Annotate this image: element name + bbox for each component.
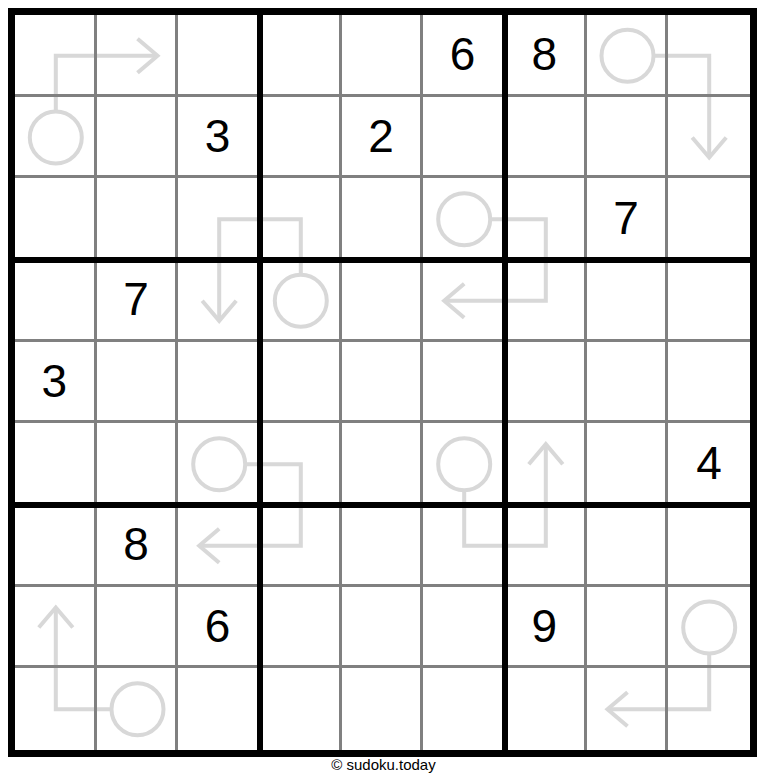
block-border-vertical-1 — [257, 15, 263, 750]
cell-r4c5[interactable] — [342, 260, 424, 342]
cell-r5c2[interactable] — [97, 342, 179, 424]
cell-r2c5: 2 — [342, 97, 424, 179]
cell-r5c8[interactable] — [587, 342, 669, 424]
given-digit: 4 — [696, 440, 722, 486]
cell-r5c3[interactable] — [178, 342, 260, 424]
cell-r7c6[interactable] — [423, 505, 505, 587]
cell-r5c4[interactable] — [260, 342, 342, 424]
given-digit: 9 — [532, 603, 558, 649]
cell-r4c4[interactable] — [260, 260, 342, 342]
given-digit: 7 — [613, 195, 639, 241]
cell-r7c8[interactable] — [587, 505, 669, 587]
cell-r1c1[interactable] — [15, 15, 97, 97]
cell-r8c7: 9 — [505, 587, 587, 669]
cell-r8c4[interactable] — [260, 587, 342, 669]
cell-r9c4[interactable] — [260, 668, 342, 750]
cell-r6c1[interactable] — [15, 423, 97, 505]
cell-r4c2: 7 — [97, 260, 179, 342]
cell-r6c2[interactable] — [97, 423, 179, 505]
cell-r4c8[interactable] — [587, 260, 669, 342]
given-digit: 3 — [205, 113, 231, 159]
cell-r3c4[interactable] — [260, 178, 342, 260]
cell-r7c2: 8 — [97, 505, 179, 587]
cell-r9c6[interactable] — [423, 668, 505, 750]
cell-r2c6[interactable] — [423, 97, 505, 179]
given-digit: 6 — [450, 31, 476, 77]
credit-text: © sudoku.today — [0, 756, 767, 773]
cell-r8c1[interactable] — [15, 587, 97, 669]
cell-r3c5[interactable] — [342, 178, 424, 260]
cell-r1c3[interactable] — [178, 15, 260, 97]
cell-r7c5[interactable] — [342, 505, 424, 587]
cell-r1c7: 8 — [505, 15, 587, 97]
cell-r5c1: 3 — [15, 342, 97, 424]
cell-r6c9: 4 — [668, 423, 750, 505]
given-digit: 3 — [42, 358, 68, 404]
cell-r2c9[interactable] — [668, 97, 750, 179]
cell-r1c6: 6 — [423, 15, 505, 97]
given-digit: 8 — [123, 521, 149, 567]
cell-r4c6[interactable] — [423, 260, 505, 342]
cell-r6c3[interactable] — [178, 423, 260, 505]
cell-r3c9[interactable] — [668, 178, 750, 260]
cell-r1c9[interactable] — [668, 15, 750, 97]
sudoku-board: 68327734869 — [8, 8, 757, 757]
cell-r6c8[interactable] — [587, 423, 669, 505]
cell-r8c8[interactable] — [587, 587, 669, 669]
cell-r8c9[interactable] — [668, 587, 750, 669]
cell-r2c1[interactable] — [15, 97, 97, 179]
given-digit: 2 — [368, 113, 394, 159]
cell-r5c5[interactable] — [342, 342, 424, 424]
cell-r6c6[interactable] — [423, 423, 505, 505]
cell-r7c3[interactable] — [178, 505, 260, 587]
cell-r9c7[interactable] — [505, 668, 587, 750]
given-digit: 7 — [123, 276, 149, 322]
block-border-horizontal-1 — [15, 257, 750, 263]
cell-r8c2[interactable] — [97, 587, 179, 669]
cell-r9c9[interactable] — [668, 668, 750, 750]
cell-r7c1[interactable] — [15, 505, 97, 587]
cell-r4c1[interactable] — [15, 260, 97, 342]
cell-r7c4[interactable] — [260, 505, 342, 587]
cell-r8c6[interactable] — [423, 587, 505, 669]
cell-r4c9[interactable] — [668, 260, 750, 342]
cell-r7c7[interactable] — [505, 505, 587, 587]
cell-r3c1[interactable] — [15, 178, 97, 260]
cell-r9c8[interactable] — [587, 668, 669, 750]
cell-r3c3[interactable] — [178, 178, 260, 260]
sudoku-grid: 68327734869 — [15, 15, 750, 750]
cell-r4c7[interactable] — [505, 260, 587, 342]
cell-r6c5[interactable] — [342, 423, 424, 505]
given-digit: 6 — [205, 603, 231, 649]
cell-r3c8: 7 — [587, 178, 669, 260]
cell-r1c8[interactable] — [587, 15, 669, 97]
block-border-vertical-2 — [502, 15, 508, 750]
cell-r9c1[interactable] — [15, 668, 97, 750]
cell-r3c6[interactable] — [423, 178, 505, 260]
cell-r7c9[interactable] — [668, 505, 750, 587]
cell-r5c7[interactable] — [505, 342, 587, 424]
block-border-horizontal-2 — [15, 502, 750, 508]
cell-r1c4[interactable] — [260, 15, 342, 97]
cell-r1c2[interactable] — [97, 15, 179, 97]
page: 68327734869 © sudoku.today — [0, 0, 767, 777]
cell-r9c3[interactable] — [178, 668, 260, 750]
cell-r2c2[interactable] — [97, 97, 179, 179]
cell-r3c2[interactable] — [97, 178, 179, 260]
cell-r2c4[interactable] — [260, 97, 342, 179]
cell-r6c4[interactable] — [260, 423, 342, 505]
cell-r9c2[interactable] — [97, 668, 179, 750]
cell-r4c3[interactable] — [178, 260, 260, 342]
cell-r8c5[interactable] — [342, 587, 424, 669]
cell-r2c7[interactable] — [505, 97, 587, 179]
cell-r2c3: 3 — [178, 97, 260, 179]
cell-r6c7[interactable] — [505, 423, 587, 505]
cell-r5c9[interactable] — [668, 342, 750, 424]
cell-r9c5[interactable] — [342, 668, 424, 750]
cell-r8c3: 6 — [178, 587, 260, 669]
cell-r1c5[interactable] — [342, 15, 424, 97]
cell-r5c6[interactable] — [423, 342, 505, 424]
cell-r2c8[interactable] — [587, 97, 669, 179]
cell-r3c7[interactable] — [505, 178, 587, 260]
given-digit: 8 — [532, 31, 558, 77]
